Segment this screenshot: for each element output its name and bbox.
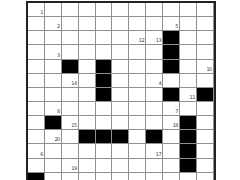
cell-3-8[interactable]: 13 xyxy=(146,31,163,45)
cell-3-2[interactable] xyxy=(45,31,62,45)
cell-12-7[interactable] xyxy=(129,159,146,173)
cell-10-2[interactable]: 20 xyxy=(45,130,62,144)
cell-2-1[interactable] xyxy=(28,17,45,31)
cell-6-4[interactable] xyxy=(79,74,96,88)
cell-6-11[interactable] xyxy=(197,74,214,88)
cell-8-7[interactable] xyxy=(129,102,146,116)
cell-11-4[interactable] xyxy=(79,144,96,158)
cell-5-11[interactable]: 10 xyxy=(197,60,214,74)
block-cell-12-10 xyxy=(180,159,197,173)
clue-number: 18 xyxy=(173,123,178,128)
cell-4-6[interactable] xyxy=(112,45,129,59)
cell-3-6[interactable] xyxy=(112,31,129,45)
cell-12-3[interactable]: 19 xyxy=(62,159,79,173)
clue-number: 13 xyxy=(156,38,161,43)
cell-9-5[interactable] xyxy=(96,116,113,130)
cell-4-10[interactable] xyxy=(180,45,197,59)
clue-number: 8 xyxy=(57,109,60,114)
cell-1-4[interactable] xyxy=(79,3,96,17)
cell-8-11[interactable] xyxy=(197,102,214,116)
cell-9-6[interactable] xyxy=(112,116,129,130)
clue-number: 3 xyxy=(57,53,60,58)
cell-6-2[interactable] xyxy=(45,74,62,88)
cell-8-4[interactable] xyxy=(79,102,96,116)
cell-13-7[interactable] xyxy=(129,173,146,180)
cell-13-5[interactable] xyxy=(96,173,113,180)
block-cell-10-4 xyxy=(79,130,96,144)
cell-2-7[interactable] xyxy=(129,17,146,31)
cell-1-11[interactable] xyxy=(197,3,214,17)
cell-11-8[interactable]: 17 xyxy=(146,144,163,158)
cell-2-3[interactable] xyxy=(62,17,79,31)
cell-9-8[interactable] xyxy=(146,116,163,130)
cell-13-2[interactable] xyxy=(45,173,62,180)
cell-9-1[interactable] xyxy=(28,116,45,130)
cell-2-4[interactable] xyxy=(79,17,96,31)
clue-number: 10 xyxy=(206,67,211,72)
cell-7-7[interactable] xyxy=(129,88,146,102)
cell-4-11[interactable] xyxy=(197,45,214,59)
cell-9-3[interactable]: 15 xyxy=(62,116,79,130)
block-cell-5-9 xyxy=(163,60,180,74)
cell-5-6[interactable] xyxy=(112,60,129,74)
cell-9-9[interactable]: 18 xyxy=(163,116,180,130)
cell-13-8[interactable] xyxy=(146,173,163,180)
cell-8-2[interactable]: 8 xyxy=(45,102,62,116)
cell-5-1[interactable] xyxy=(28,60,45,74)
cell-1-5[interactable] xyxy=(96,3,113,17)
block-cell-13-1 xyxy=(28,173,45,180)
cell-12-9[interactable] xyxy=(163,159,180,173)
cell-7-3[interactable] xyxy=(62,88,79,102)
cell-12-4[interactable] xyxy=(79,159,96,173)
crossword-grid: 125121331014411871518206171916 xyxy=(26,1,216,180)
cell-8-3[interactable] xyxy=(62,102,79,116)
block-cell-5-3 xyxy=(62,60,79,74)
cell-1-7[interactable] xyxy=(129,3,146,17)
cell-8-10[interactable] xyxy=(180,102,197,116)
cell-5-10[interactable] xyxy=(180,60,197,74)
cell-7-8[interactable] xyxy=(146,88,163,102)
cell-12-5[interactable] xyxy=(96,159,113,173)
cell-3-10[interactable] xyxy=(180,31,197,45)
cell-4-7[interactable] xyxy=(129,45,146,59)
cell-3-5[interactable] xyxy=(96,31,113,45)
cell-2-8[interactable] xyxy=(146,17,163,31)
block-cell-3-9 xyxy=(163,31,180,45)
clue-number: 6 xyxy=(40,152,43,157)
block-cell-10-5 xyxy=(96,130,113,144)
clue-number: 1 xyxy=(40,10,43,15)
cell-2-6[interactable] xyxy=(112,17,129,31)
block-cell-7-11 xyxy=(197,88,214,102)
block-cell-9-10 xyxy=(180,116,197,130)
cell-3-1[interactable] xyxy=(28,31,45,45)
cell-11-3[interactable] xyxy=(62,144,79,158)
cell-4-2[interactable]: 3 xyxy=(45,45,62,59)
cell-7-6[interactable] xyxy=(112,88,129,102)
cell-1-2[interactable] xyxy=(45,3,62,17)
cell-12-6[interactable] xyxy=(112,159,129,173)
cell-13-3[interactable]: 16 xyxy=(62,173,79,180)
cell-1-3[interactable] xyxy=(62,3,79,17)
cell-10-9[interactable] xyxy=(163,130,180,144)
cell-4-1[interactable] xyxy=(28,45,45,59)
cell-13-11[interactable] xyxy=(197,173,214,180)
cell-4-5[interactable] xyxy=(96,45,113,59)
cell-8-8[interactable] xyxy=(146,102,163,116)
cell-6-3[interactable]: 14 xyxy=(62,74,79,88)
block-cell-10-10 xyxy=(180,130,197,144)
clue-number: 12 xyxy=(139,38,144,43)
cell-4-3[interactable] xyxy=(62,45,79,59)
cell-5-7[interactable] xyxy=(129,60,146,74)
block-cell-4-9 xyxy=(163,45,180,59)
cell-11-2[interactable] xyxy=(45,144,62,158)
cell-1-8[interactable] xyxy=(146,3,163,17)
block-cell-5-5 xyxy=(96,60,113,74)
cell-2-9[interactable]: 5 xyxy=(163,17,180,31)
cell-2-10[interactable] xyxy=(180,17,197,31)
cell-7-10[interactable]: 11 xyxy=(180,88,197,102)
cell-2-11[interactable] xyxy=(197,17,214,31)
cell-9-4[interactable] xyxy=(79,116,96,130)
cell-3-3[interactable] xyxy=(62,31,79,45)
block-cell-10-8 xyxy=(146,130,163,144)
cell-10-11[interactable] xyxy=(197,130,214,144)
clue-number: 4 xyxy=(158,81,161,86)
cell-4-4[interactable] xyxy=(79,45,96,59)
block-cell-11-10 xyxy=(180,144,197,158)
cell-8-1[interactable] xyxy=(28,102,45,116)
clue-number: 2 xyxy=(57,24,60,29)
cell-1-1[interactable]: 1 xyxy=(28,3,45,17)
cell-3-7[interactable]: 12 xyxy=(129,31,146,45)
cell-7-4[interactable] xyxy=(79,88,96,102)
clue-number: 7 xyxy=(175,109,178,114)
cell-12-1[interactable] xyxy=(28,159,45,173)
cell-11-5[interactable] xyxy=(96,144,113,158)
cell-7-2[interactable] xyxy=(45,88,62,102)
cell-1-9[interactable] xyxy=(163,3,180,17)
cell-11-6[interactable] xyxy=(112,144,129,158)
cell-3-4[interactable] xyxy=(79,31,96,45)
clue-number: 15 xyxy=(71,123,76,128)
clue-number: 5 xyxy=(175,24,178,29)
clue-number: 14 xyxy=(71,81,76,86)
clue-number: 19 xyxy=(71,166,76,171)
cell-7-1[interactable] xyxy=(28,88,45,102)
block-cell-7-5 xyxy=(96,88,113,102)
cell-11-1[interactable]: 6 xyxy=(28,144,45,158)
cell-1-6[interactable] xyxy=(112,3,129,17)
cell-1-10[interactable] xyxy=(180,3,197,17)
cell-4-8[interactable] xyxy=(146,45,163,59)
cell-9-7[interactable] xyxy=(129,116,146,130)
clue-number: 17 xyxy=(156,152,161,157)
cell-6-7[interactable] xyxy=(129,74,146,88)
cell-2-2[interactable]: 2 xyxy=(45,17,62,31)
cell-11-9[interactable] xyxy=(163,144,180,158)
cell-13-10[interactable] xyxy=(180,173,197,180)
cell-13-6[interactable] xyxy=(112,173,129,180)
block-cell-6-5 xyxy=(96,74,113,88)
cell-6-1[interactable] xyxy=(28,74,45,88)
cell-8-9[interactable]: 7 xyxy=(163,102,180,116)
cell-8-5[interactable] xyxy=(96,102,113,116)
cell-12-2[interactable] xyxy=(45,159,62,173)
cell-11-11[interactable] xyxy=(197,144,214,158)
cell-13-4[interactable] xyxy=(79,173,96,180)
block-cell-10-6 xyxy=(112,130,129,144)
clue-number: 20 xyxy=(54,137,59,142)
cell-11-7[interactable] xyxy=(129,144,146,158)
cell-8-6[interactable] xyxy=(112,102,129,116)
cell-6-8[interactable]: 4 xyxy=(146,74,163,88)
crossword-page: 125121331014411871518206171916 xyxy=(0,0,240,180)
cell-9-11[interactable] xyxy=(197,116,214,130)
cell-10-7[interactable] xyxy=(129,130,146,144)
block-cell-9-2 xyxy=(45,116,62,130)
cell-13-9[interactable] xyxy=(163,173,180,180)
clue-number: 11 xyxy=(190,95,195,100)
cell-5-4[interactable] xyxy=(79,60,96,74)
cell-6-9[interactable] xyxy=(163,74,180,88)
block-cell-7-9 xyxy=(163,88,180,102)
cell-10-1[interactable] xyxy=(28,130,45,144)
cell-6-6[interactable] xyxy=(112,74,129,88)
cell-2-5[interactable] xyxy=(96,17,113,31)
cell-6-10[interactable] xyxy=(180,74,197,88)
cell-12-8[interactable] xyxy=(146,159,163,173)
cell-12-11[interactable] xyxy=(197,159,214,173)
cell-5-8[interactable] xyxy=(146,60,163,74)
cell-5-2[interactable] xyxy=(45,60,62,74)
cell-3-11[interactable] xyxy=(197,31,214,45)
cell-10-3[interactable] xyxy=(62,130,79,144)
